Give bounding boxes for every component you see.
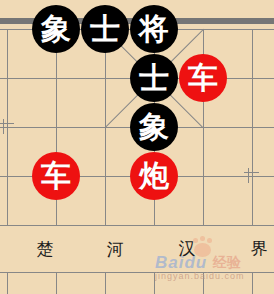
piece-black-elephant[interactable]: 象 [130, 103, 178, 151]
board-file-line [252, 29, 253, 226]
point-marker-icon [244, 172, 259, 173]
river-label: 楚 [37, 238, 54, 261]
board-file-line [252, 272, 253, 294]
baidu-watermark-suffix: 经验 [213, 254, 241, 272]
baidu-paw-toe-icon [200, 236, 205, 241]
piece-red-cannon[interactable]: 炮 [130, 152, 178, 200]
piece-black-elephant[interactable]: 象 [32, 5, 80, 53]
piece-red-chariot[interactable]: 车 [179, 54, 227, 102]
baidu-paw-icon [194, 243, 211, 257]
board-file-line [7, 29, 8, 226]
piece-black-advisor[interactable]: 士 [130, 54, 178, 102]
baidu-paw-toe-icon [207, 238, 212, 243]
baidu-watermark-url: jingyan.baidu.com [155, 271, 245, 281]
xiangqi-board: Baidu 经验 jingyan.baidu.com 象士将士车象车炮楚河汉界 [0, 0, 274, 294]
piece-black-general[interactable]: 将 [130, 5, 178, 53]
board-file-line [56, 272, 57, 294]
board-file-line [105, 272, 106, 294]
point-marker-icon [3, 119, 4, 134]
piece-black-advisor[interactable]: 士 [81, 5, 129, 53]
board-file-line [7, 272, 8, 294]
river-label: 界 [251, 237, 268, 260]
point-marker-icon [248, 168, 249, 183]
piece-red-chariot[interactable]: 车 [32, 152, 80, 200]
board-rank-line [0, 225, 274, 226]
baidu-paw-toe-icon [193, 238, 198, 243]
river-label: 河 [107, 238, 124, 261]
